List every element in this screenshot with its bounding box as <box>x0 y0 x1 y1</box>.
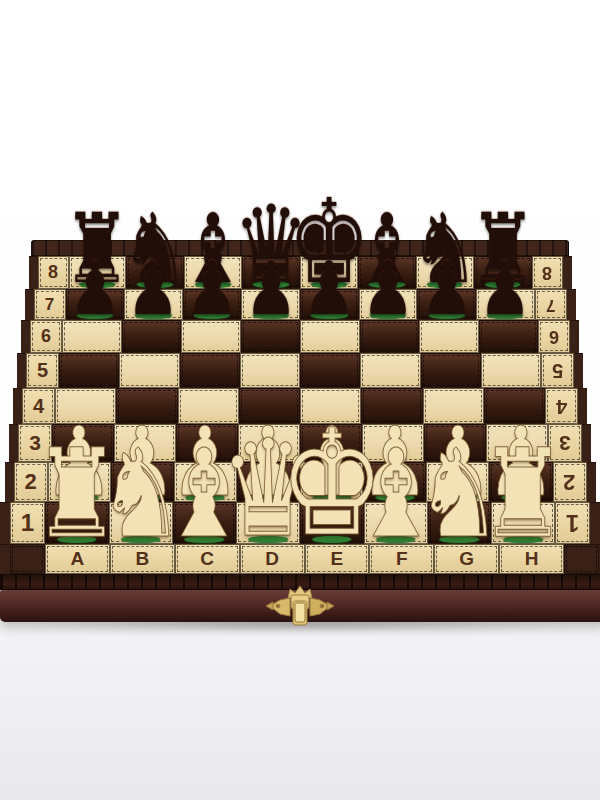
square-c6[interactable] <box>181 320 241 353</box>
frame-edge <box>590 502 600 544</box>
square-g5[interactable] <box>421 353 481 388</box>
square-b5[interactable] <box>119 353 179 388</box>
square-h5[interactable] <box>481 353 541 388</box>
photo-background: 8♜♞♝♛♚♝♞♜87♟♟♟♟♟♟♟♟7665544332♟♟♟♟♟♟♟♟21♜… <box>0 0 600 800</box>
square-g7[interactable]: ♟ <box>417 289 476 320</box>
square-a7[interactable]: ♟ <box>66 289 125 320</box>
square-d7[interactable]: ♟ <box>241 289 300 320</box>
frame-edge <box>587 462 596 502</box>
black-pawn[interactable]: ♟ <box>420 260 473 318</box>
rank-row-1: 1♜♞♝♛♚♝♞♜1 <box>0 502 600 544</box>
frame-edge <box>29 256 38 289</box>
square-b6[interactable] <box>122 320 182 353</box>
frame-edge <box>5 462 14 502</box>
rank-label-left-4-text: 4 <box>33 395 44 418</box>
square-e5[interactable] <box>300 353 360 388</box>
black-pawn[interactable]: ♟ <box>186 260 239 318</box>
frame-edge <box>9 424 18 462</box>
rank-label-right-6: 6 <box>538 320 570 353</box>
file-label-a: A <box>45 544 110 574</box>
frame-edge <box>570 320 579 353</box>
square-e7[interactable]: ♟ <box>300 289 359 320</box>
rank-label-right-1-text: 1 <box>566 509 579 537</box>
black-pawn[interactable]: ♟ <box>127 260 180 318</box>
chessboard: 8♜♞♝♛♚♝♞♜87♟♟♟♟♟♟♟♟7665544332♟♟♟♟♟♟♟♟21♜… <box>0 240 600 622</box>
black-pawn[interactable]: ♟ <box>68 260 121 318</box>
frame-edge <box>567 289 576 320</box>
black-pawn[interactable]: ♟ <box>361 260 414 318</box>
square-h6[interactable] <box>479 320 539 353</box>
corner-cell <box>10 544 45 574</box>
file-label-b: B <box>110 544 175 574</box>
file-label-h: H <box>499 544 564 574</box>
rank-label-right-4-text: 4 <box>556 395 567 418</box>
frame-edge <box>21 320 30 353</box>
rank-label-left-6-text: 6 <box>41 326 51 347</box>
rank-row-7: 7♟♟♟♟♟♟♟♟7 <box>25 289 576 320</box>
frame-edge <box>17 353 26 388</box>
frame-edge <box>0 502 10 544</box>
square-a6[interactable] <box>62 320 122 353</box>
frame-edge <box>578 388 587 424</box>
rank-row-5: 55 <box>17 353 583 388</box>
square-c5[interactable] <box>180 353 240 388</box>
file-label-f: F <box>369 544 434 574</box>
square-b7[interactable]: ♟ <box>124 289 183 320</box>
file-label-e: E <box>305 544 370 574</box>
square-h7[interactable]: ♟ <box>476 289 535 320</box>
rank-label-left-5: 5 <box>26 353 59 388</box>
rank-label-left-1-text: 1 <box>21 509 34 537</box>
rank-label-left-6: 6 <box>30 320 62 353</box>
rank-row-6: 66 <box>21 320 579 353</box>
square-d6[interactable] <box>241 320 301 353</box>
square-c7[interactable]: ♟ <box>183 289 242 320</box>
square-e6[interactable] <box>300 320 360 353</box>
square-g6[interactable] <box>419 320 479 353</box>
square-h1[interactable]: ♜ <box>491 502 555 544</box>
square-f5[interactable] <box>360 353 420 388</box>
rank-label-left-7-text: 7 <box>45 295 54 315</box>
frame-edge <box>574 353 583 388</box>
frame-edge <box>0 544 10 574</box>
rank-label-right-7-text: 7 <box>546 295 555 315</box>
rank-label-right-7: 7 <box>535 289 567 320</box>
square-d5[interactable] <box>240 353 300 388</box>
file-label-g: G <box>434 544 499 574</box>
frame-edge <box>582 424 591 462</box>
rank-label-left-8-text: 8 <box>48 262 58 283</box>
file-label-d: D <box>240 544 305 574</box>
frame-edge <box>563 256 572 289</box>
clasp-icon <box>264 585 336 631</box>
rank-label-right-5-text: 5 <box>552 359 563 382</box>
rank-label-left-7: 7 <box>34 289 66 320</box>
rank-label-right-6-text: 6 <box>549 326 559 347</box>
file-labels-row: ABCDEFGH <box>0 544 600 574</box>
rank-label-right-8-text: 8 <box>542 262 552 283</box>
square-f7[interactable]: ♟ <box>359 289 418 320</box>
frame-edge <box>13 388 22 424</box>
black-pawn[interactable]: ♟ <box>303 260 356 318</box>
square-a5[interactable] <box>59 353 119 388</box>
rank-label-left-5-text: 5 <box>37 359 48 382</box>
black-pawn[interactable]: ♟ <box>479 260 532 318</box>
frame-edge <box>25 289 34 320</box>
square-f6[interactable] <box>360 320 420 353</box>
black-pawn[interactable]: ♟ <box>244 260 297 318</box>
white-rook[interactable]: ♜ <box>479 447 567 542</box>
rank-label-right-5: 5 <box>541 353 574 388</box>
file-label-c: C <box>175 544 240 574</box>
corner-cell <box>564 544 599 574</box>
